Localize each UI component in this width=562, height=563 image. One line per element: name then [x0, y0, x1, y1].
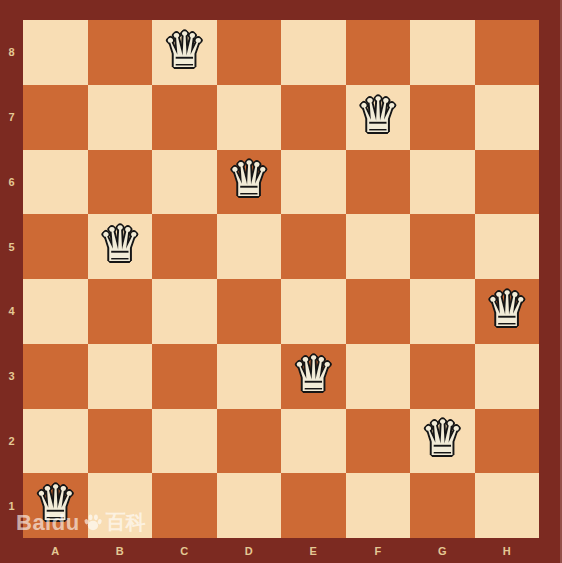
rank-label-1: 1 [0, 473, 23, 538]
rank-label-6: 6 [0, 150, 23, 215]
square-c5[interactable] [152, 214, 217, 279]
file-label-f: F [346, 538, 411, 563]
file-label-b: B [88, 538, 153, 563]
square-b7[interactable] [88, 85, 153, 150]
square-e7[interactable] [281, 85, 346, 150]
square-e8[interactable] [281, 20, 346, 85]
file-label-g: G [410, 538, 475, 563]
square-g3[interactable] [410, 344, 475, 409]
square-e3[interactable]: ♛ [281, 344, 346, 409]
file-labels: ABCDEFGH [23, 538, 539, 563]
square-h1[interactable] [475, 473, 540, 538]
rank-label-2: 2 [0, 409, 23, 474]
square-e2[interactable] [281, 409, 346, 474]
square-c2[interactable] [152, 409, 217, 474]
white-queen-b5[interactable]: ♛ [98, 220, 142, 269]
rank-label-5: 5 [0, 214, 23, 279]
square-d2[interactable] [217, 409, 282, 474]
square-g8[interactable] [410, 20, 475, 85]
square-b8[interactable] [88, 20, 153, 85]
rank-labels: 87654321 [0, 20, 23, 538]
square-d6[interactable]: ♛ [217, 150, 282, 215]
square-b4[interactable] [88, 279, 153, 344]
square-a6[interactable] [23, 150, 88, 215]
square-c7[interactable] [152, 85, 217, 150]
square-f4[interactable] [346, 279, 411, 344]
square-h5[interactable] [475, 214, 540, 279]
white-queen-g2[interactable]: ♛ [420, 414, 464, 463]
square-b1[interactable] [88, 473, 153, 538]
square-d5[interactable] [217, 214, 282, 279]
square-c8[interactable]: ♛ [152, 20, 217, 85]
square-g6[interactable] [410, 150, 475, 215]
square-b2[interactable] [88, 409, 153, 474]
square-g7[interactable] [410, 85, 475, 150]
square-h7[interactable] [475, 85, 540, 150]
file-label-d: D [217, 538, 282, 563]
square-d4[interactable] [217, 279, 282, 344]
square-c4[interactable] [152, 279, 217, 344]
square-b5[interactable]: ♛ [88, 214, 153, 279]
square-f8[interactable] [346, 20, 411, 85]
square-f6[interactable] [346, 150, 411, 215]
square-a7[interactable] [23, 85, 88, 150]
square-h3[interactable] [475, 344, 540, 409]
white-queen-d6[interactable]: ♛ [227, 155, 271, 204]
square-h6[interactable] [475, 150, 540, 215]
square-a8[interactable] [23, 20, 88, 85]
square-f5[interactable] [346, 214, 411, 279]
square-g1[interactable] [410, 473, 475, 538]
square-h8[interactable] [475, 20, 540, 85]
square-e4[interactable] [281, 279, 346, 344]
rank-label-3: 3 [0, 344, 23, 409]
square-c6[interactable] [152, 150, 217, 215]
square-f1[interactable] [346, 473, 411, 538]
file-label-e: E [281, 538, 346, 563]
white-queen-h4[interactable]: ♛ [485, 285, 529, 334]
file-label-c: C [152, 538, 217, 563]
square-e5[interactable] [281, 214, 346, 279]
square-a2[interactable] [23, 409, 88, 474]
square-a5[interactable] [23, 214, 88, 279]
rank-label-8: 8 [0, 20, 23, 85]
square-h2[interactable] [475, 409, 540, 474]
rank-label-7: 7 [0, 85, 23, 150]
square-g4[interactable] [410, 279, 475, 344]
square-b3[interactable] [88, 344, 153, 409]
board-frame: ♛♛♛♛♛♛♛♛ 87654321 ABCDEFGH Baidu 百科 [0, 0, 562, 563]
square-a3[interactable] [23, 344, 88, 409]
square-h4[interactable]: ♛ [475, 279, 540, 344]
white-queen-a1[interactable]: ♛ [33, 479, 77, 528]
white-queen-e3[interactable]: ♛ [291, 350, 335, 399]
square-e6[interactable] [281, 150, 346, 215]
rank-label-4: 4 [0, 279, 23, 344]
square-f2[interactable] [346, 409, 411, 474]
file-label-h: H [475, 538, 540, 563]
square-a4[interactable] [23, 279, 88, 344]
file-label-a: A [23, 538, 88, 563]
square-e1[interactable] [281, 473, 346, 538]
square-a1[interactable]: ♛ [23, 473, 88, 538]
square-d7[interactable] [217, 85, 282, 150]
square-d1[interactable] [217, 473, 282, 538]
square-c3[interactable] [152, 344, 217, 409]
square-d3[interactable] [217, 344, 282, 409]
square-f3[interactable] [346, 344, 411, 409]
square-b6[interactable] [88, 150, 153, 215]
square-d8[interactable] [217, 20, 282, 85]
square-f7[interactable]: ♛ [346, 85, 411, 150]
square-g2[interactable]: ♛ [410, 409, 475, 474]
white-queen-f7[interactable]: ♛ [356, 91, 400, 140]
square-g5[interactable] [410, 214, 475, 279]
square-c1[interactable] [152, 473, 217, 538]
chessboard: ♛♛♛♛♛♛♛♛ [23, 20, 539, 538]
white-queen-c8[interactable]: ♛ [162, 26, 206, 75]
